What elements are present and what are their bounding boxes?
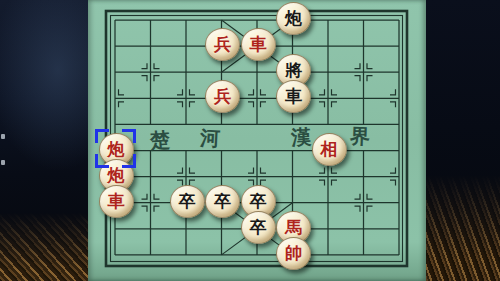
piece-glyph: 車: [250, 36, 267, 53]
piece-glyph: 兵: [214, 88, 231, 105]
piece-glyph: 帥: [285, 245, 302, 262]
river-label-han: 漢: [290, 126, 311, 147]
piece-glyph: 馬: [285, 219, 302, 236]
piece-glyph: 炮: [108, 141, 125, 158]
piece-glyph: 將: [285, 62, 302, 79]
piece-black-pawn[interactable]: 卒: [205, 185, 240, 218]
piece-red-chariot[interactable]: 車: [99, 185, 134, 218]
piece-red-pawn[interactable]: 兵: [205, 28, 240, 61]
piece-red-elephant[interactable]: 相: [312, 133, 347, 166]
piece-red-chariot[interactable]: 車: [241, 28, 276, 61]
xiangqi-game-screen: 楚 河 漢 界 炮兵車將兵車炮相炮車卒卒卒卒馬帥: [0, 0, 500, 281]
piece-glyph: 卒: [250, 193, 267, 210]
piece-glyph: 炮: [285, 10, 302, 27]
piece-glyph: 相: [321, 141, 338, 158]
piece-glyph: 卒: [179, 193, 196, 210]
piece-glyph: 車: [285, 88, 302, 105]
piece-glyph: 車: [108, 193, 125, 210]
piece-glyph: 炮: [108, 167, 125, 184]
piece-glyph: 兵: [214, 36, 231, 53]
river-label-jie: 界: [350, 126, 371, 147]
piece-glyph: 卒: [250, 219, 267, 236]
piece-black-pawn[interactable]: 卒: [241, 211, 276, 244]
river-label-chu: 楚: [149, 129, 170, 150]
piece-black-cannon[interactable]: 炮: [276, 2, 311, 35]
piece-red-general[interactable]: 帥: [276, 237, 311, 270]
piece-black-pawn[interactable]: 卒: [170, 185, 205, 218]
piece-glyph: 卒: [214, 193, 231, 210]
river-label-he: 河: [199, 127, 220, 148]
